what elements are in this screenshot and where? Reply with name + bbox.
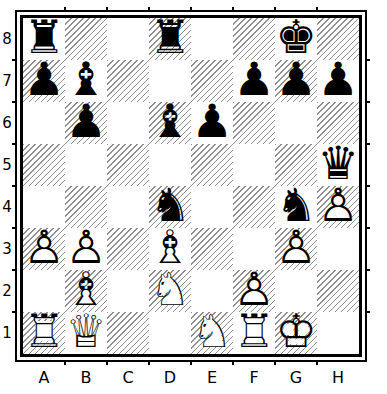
chess-diagram: 87654321 ♜♜♚♟♝♟♟♟♟♝♟♛♞♞♟♙♟♙♟♙♝♗♟♙♝♗♞♘♟♙♜… (0, 0, 387, 394)
tick-mark (367, 59, 370, 61)
board-border: ♜♜♚♟♝♟♟♟♟♝♟♛♞♞♟♙♟♙♟♙♝♗♟♙♝♗♞♘♟♙♜♖♛♕♞♘♜♖♚♔ (20, 15, 362, 357)
file-label-e: E (191, 368, 233, 387)
file-label-g: G (275, 368, 317, 387)
square-g3[interactable]: ♟♙ (275, 228, 317, 270)
tick-mark (367, 227, 370, 229)
tick-mark (190, 7, 192, 10)
tick-mark (232, 7, 234, 10)
piece-br-d8[interactable]: ♜ (149, 18, 191, 60)
rank-label-8: 8 (0, 18, 14, 60)
piece-wn-e1[interactable]: ♞♘ (191, 312, 233, 354)
square-c5[interactable] (107, 144, 149, 186)
rank-label-5: 5 (0, 144, 14, 186)
piece-wq-b1[interactable]: ♛♕ (65, 312, 107, 354)
tick-mark (12, 269, 15, 271)
tick-mark (64, 362, 66, 365)
wq-icon: ♕ (65, 308, 106, 354)
square-c6[interactable] (107, 102, 149, 144)
tick-mark (12, 101, 15, 103)
tick-mark (274, 362, 276, 365)
tick-mark (274, 7, 276, 10)
square-h2[interactable] (317, 270, 359, 312)
tick-mark (12, 185, 15, 187)
file-label-f: F (233, 368, 275, 387)
square-g7[interactable]: ♟ (275, 60, 317, 102)
square-d8[interactable]: ♜ (149, 18, 191, 60)
wp-icon: ♙ (275, 224, 316, 270)
square-c4[interactable] (107, 186, 149, 228)
square-c8[interactable] (107, 18, 149, 60)
square-h3[interactable] (317, 228, 359, 270)
square-a3[interactable]: ♟♙ (23, 228, 65, 270)
piece-bp-e6[interactable]: ♟ (191, 102, 233, 144)
bp-icon: ♟ (275, 56, 316, 102)
piece-wk-g1[interactable]: ♚♔ (275, 312, 317, 354)
piece-wr-a1[interactable]: ♜♖ (23, 312, 65, 354)
square-c7[interactable] (107, 60, 149, 102)
file-label-h: H (317, 368, 359, 387)
square-a6[interactable] (23, 102, 65, 144)
piece-wp-g3[interactable]: ♟♙ (275, 228, 317, 270)
piece-wp-h4[interactable]: ♟♙ (317, 186, 359, 228)
bp-icon: ♟ (23, 56, 64, 102)
wp-icon: ♙ (317, 182, 358, 228)
rank-label-6: 6 (0, 102, 14, 144)
square-a5[interactable] (23, 144, 65, 186)
tick-mark (12, 227, 15, 229)
wr-icon: ♖ (233, 308, 274, 354)
tick-mark (106, 7, 108, 10)
tick-mark (367, 101, 370, 103)
square-f5[interactable] (233, 144, 275, 186)
bp-icon: ♟ (65, 98, 106, 144)
piece-wn-d2[interactable]: ♞♘ (149, 270, 191, 312)
square-f1[interactable]: ♜♖ (233, 312, 275, 354)
square-c3[interactable] (107, 228, 149, 270)
tick-mark (367, 143, 370, 145)
square-h7[interactable]: ♟ (317, 60, 359, 102)
square-e5[interactable] (191, 144, 233, 186)
square-f4[interactable] (233, 186, 275, 228)
bb-icon: ♝ (149, 98, 190, 144)
bp-icon: ♟ (317, 56, 358, 102)
square-e8[interactable] (191, 18, 233, 60)
square-e3[interactable] (191, 228, 233, 270)
br-icon: ♜ (149, 14, 190, 60)
tick-mark (64, 7, 66, 10)
tick-mark (190, 362, 192, 365)
file-label-b: B (65, 368, 107, 387)
piece-bb-d6[interactable]: ♝ (149, 102, 191, 144)
square-e4[interactable] (191, 186, 233, 228)
bp-icon: ♟ (191, 98, 232, 144)
wk-icon: ♔ (275, 308, 316, 354)
tick-mark (12, 59, 15, 61)
square-e1[interactable]: ♞♘ (191, 312, 233, 354)
rank-label-2: 2 (0, 270, 14, 312)
piece-wr-f1[interactable]: ♜♖ (233, 312, 275, 354)
piece-bp-a7[interactable]: ♟ (23, 60, 65, 102)
wn-icon: ♘ (191, 308, 232, 354)
square-e6[interactable]: ♟ (191, 102, 233, 144)
tick-mark (12, 311, 15, 313)
square-b5[interactable] (65, 144, 107, 186)
square-g1[interactable]: ♚♔ (275, 312, 317, 354)
tick-mark (148, 362, 150, 365)
tick-mark (148, 7, 150, 10)
rank-label-1: 1 (0, 312, 14, 354)
wp-icon: ♙ (23, 224, 64, 270)
square-f6[interactable] (233, 102, 275, 144)
square-h4[interactable]: ♟♙ (317, 186, 359, 228)
tick-mark (232, 362, 234, 365)
square-d2[interactable]: ♞♘ (149, 270, 191, 312)
tick-mark (367, 269, 370, 271)
rank-label-3: 3 (0, 228, 14, 270)
square-h1[interactable] (317, 312, 359, 354)
file-label-a: A (23, 368, 65, 387)
square-d6[interactable]: ♝ (149, 102, 191, 144)
tick-mark (367, 185, 370, 187)
square-c1[interactable] (107, 312, 149, 354)
file-label-c: C (107, 368, 149, 387)
piece-wp-a3[interactable]: ♟♙ (23, 228, 65, 270)
square-a1[interactable]: ♜♖ (23, 312, 65, 354)
piece-bp-f7[interactable]: ♟ (233, 60, 275, 102)
bp-icon: ♟ (233, 56, 274, 102)
tick-mark (367, 311, 370, 313)
tick-mark (106, 362, 108, 365)
square-c2[interactable] (107, 270, 149, 312)
wn-icon: ♘ (149, 266, 190, 312)
square-f7[interactable]: ♟ (233, 60, 275, 102)
rank-label-4: 4 (0, 186, 14, 228)
board-grid: ♜♜♚♟♝♟♟♟♟♝♟♛♞♞♟♙♟♙♟♙♝♗♟♙♝♗♞♘♟♙♜♖♛♕♞♘♜♖♚♔ (23, 18, 359, 354)
square-g6[interactable] (275, 102, 317, 144)
wr-icon: ♖ (23, 308, 64, 354)
piece-bp-b6[interactable]: ♟ (65, 102, 107, 144)
rank-label-7: 7 (0, 60, 14, 102)
tick-mark (316, 362, 318, 365)
square-b1[interactable]: ♛♕ (65, 312, 107, 354)
chess-board: ♜♜♚♟♝♟♟♟♟♝♟♛♞♞♟♙♟♙♟♙♝♗♟♙♝♗♞♘♟♙♜♖♛♕♞♘♜♖♚♔ (15, 10, 367, 362)
file-labels: ABCDEFGH (23, 368, 359, 387)
tick-mark (316, 7, 318, 10)
file-label-d: D (149, 368, 191, 387)
piece-bp-g7[interactable]: ♟ (275, 60, 317, 102)
square-d1[interactable] (149, 312, 191, 354)
piece-bp-h7[interactable]: ♟ (317, 60, 359, 102)
square-a7[interactable]: ♟ (23, 60, 65, 102)
tick-mark (12, 143, 15, 145)
square-b6[interactable]: ♟ (65, 102, 107, 144)
